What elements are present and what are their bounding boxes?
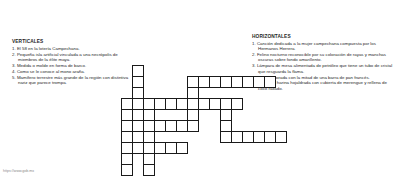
crossword-cell-r3c10[interactable]: [231, 98, 243, 110]
vertical-clue-4: 4. Como se le conoce al mono araña.: [12, 69, 132, 74]
verticales-clue-list: VERTICALES 1. El 58 en la lotería Campec…: [12, 39, 132, 86]
crossword-cell-r9c2[interactable]: [143, 164, 155, 176]
vertical-clue-5: 5. Mamífero terrestre más grande de la r…: [12, 75, 132, 86]
horizontal-clue-3: 3. Lámpara de mesa alimentada de petróle…: [252, 63, 396, 74]
vertical-clue-1: 1. El 58 en la lotería Campechana.: [12, 46, 132, 51]
vertical-clue-2: 2. Pequeña isla artificial vinculada a u…: [12, 52, 132, 63]
horizontales-title: HORIZONTALES: [252, 34, 396, 40]
horizontal-clue-1: 1. Canción dedicada a la mujer campechan…: [252, 41, 396, 52]
vertical-clue-3: 3. Medida o molde en forma de barco.: [12, 63, 132, 68]
crossword-cell-r9c0[interactable]: [121, 164, 133, 176]
verticales-title: VERTICALES: [12, 39, 132, 45]
source-url-link[interactable]: https://www.gob.mx: [3, 169, 34, 173]
crossword-cell-r6c14[interactable]: [275, 131, 287, 143]
crossword-cell-r7c5[interactable]: [176, 142, 188, 154]
crossword-cell-r5c6[interactable]: [187, 120, 199, 132]
horizontal-clue-2: 2. Felino nocturno reconocible por su co…: [252, 52, 396, 63]
verticales-clues: 1. El 58 en la lotería Campechana.2. Peq…: [12, 46, 132, 86]
crossword-cell-r1c13[interactable]: [264, 76, 276, 88]
